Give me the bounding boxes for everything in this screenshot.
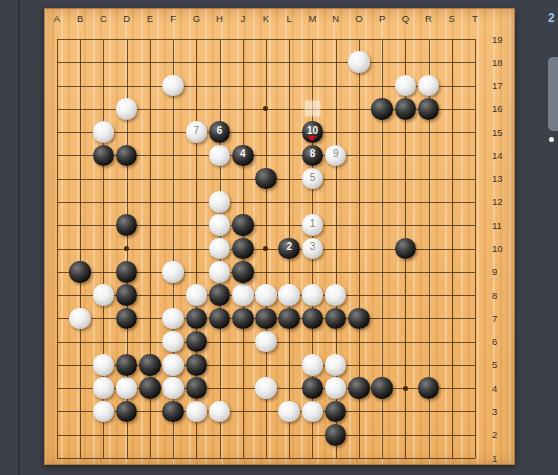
- stone-white-k8: [255, 284, 277, 306]
- row-label: 13: [492, 172, 514, 185]
- stone-white-n4: [325, 377, 347, 399]
- column-label: B: [72, 13, 88, 24]
- stone-white-g3: [186, 401, 208, 423]
- star-point: [263, 106, 268, 111]
- column-label: M: [304, 13, 320, 24]
- stone-black-d7: [116, 308, 138, 330]
- column-label: K: [258, 13, 274, 24]
- row-label: 7: [492, 312, 514, 325]
- column-label: L: [281, 13, 297, 24]
- stone-black-k13: [255, 168, 277, 190]
- column-label: H: [212, 13, 228, 24]
- star-point: [403, 386, 408, 391]
- stone-white-m3: [302, 401, 324, 423]
- stone-black-j7: [232, 308, 254, 330]
- stone-white-n5: [325, 354, 347, 376]
- stone-white-j8: [232, 284, 254, 306]
- move-number-label: 8: [310, 149, 316, 159]
- stone-white-g8: [186, 284, 208, 306]
- side-panel-dot-icon: [549, 137, 554, 142]
- row-label: 2: [492, 428, 514, 441]
- row-label: 14: [492, 149, 514, 162]
- stone-black-j9: [232, 261, 254, 283]
- stone-white-l3: [278, 401, 300, 423]
- column-label: P: [374, 13, 390, 24]
- row-label: 1: [492, 452, 514, 465]
- stone-black-j10: [232, 238, 254, 260]
- highlight-marker: [305, 101, 320, 116]
- stone-white-h9: [209, 261, 231, 283]
- row-label: 11: [492, 219, 514, 232]
- stone-black-n7: [325, 308, 347, 330]
- stone-white-h12: [209, 191, 231, 213]
- stone-white-m11: 1: [302, 214, 324, 236]
- last-move-marker-icon: [307, 136, 317, 141]
- stone-white-h14: [209, 145, 231, 167]
- grid-line-horizontal: [57, 435, 475, 436]
- stone-white-f6: [162, 331, 184, 353]
- row-label: 19: [492, 33, 514, 46]
- stone-black-d3: [116, 401, 138, 423]
- move-number-label: 1: [310, 219, 316, 229]
- stone-black-o4: [348, 377, 370, 399]
- row-label: 6: [492, 335, 514, 348]
- app-window: ABCDEFGHJKLMNOPQRST191817161514131211109…: [0, 0, 558, 475]
- column-label: F: [165, 13, 181, 24]
- stone-black-j11: [232, 214, 254, 236]
- move-number-label: 9: [333, 149, 339, 159]
- stone-white-m13: 5: [302, 168, 324, 190]
- stone-white-k6: [255, 331, 277, 353]
- column-label: G: [188, 13, 204, 24]
- stone-black-n2: [325, 424, 347, 446]
- move-number-label: 4: [240, 149, 246, 159]
- stone-black-h15: 6: [209, 121, 231, 143]
- column-label: A: [49, 13, 65, 24]
- stone-black-e4: [139, 377, 161, 399]
- stone-black-q16: [395, 98, 417, 120]
- side-panel-badge: 2: [548, 11, 555, 25]
- stone-black-g4: [186, 377, 208, 399]
- row-label: 8: [492, 289, 514, 302]
- row-label: 17: [492, 79, 514, 92]
- stone-white-f9: [162, 261, 184, 283]
- go-board[interactable]: ABCDEFGHJKLMNOPQRST191817161514131211109…: [44, 8, 515, 465]
- stone-black-d5: [116, 354, 138, 376]
- column-label: O: [351, 13, 367, 24]
- stone-white-r17: [418, 75, 440, 97]
- row-label: 3: [492, 405, 514, 418]
- stone-black-e5: [139, 354, 161, 376]
- stone-black-d8: [116, 284, 138, 306]
- stone-black-d14: [116, 145, 138, 167]
- stone-black-g6: [186, 331, 208, 353]
- stone-black-g7: [186, 308, 208, 330]
- move-number-label: 2: [286, 242, 292, 252]
- column-label: C: [95, 13, 111, 24]
- row-label: 10: [492, 242, 514, 255]
- stone-white-f4: [162, 377, 184, 399]
- stone-black-d9: [116, 261, 138, 283]
- stone-black-p16: [371, 98, 393, 120]
- column-label: S: [444, 13, 460, 24]
- stone-white-c3: [93, 401, 115, 423]
- row-label: 15: [492, 126, 514, 139]
- stone-black-r16: [418, 98, 440, 120]
- stone-white-o18: [348, 51, 370, 73]
- stone-white-b7: [69, 308, 91, 330]
- stone-black-k7: [255, 308, 277, 330]
- column-label: E: [142, 13, 158, 24]
- stone-white-c8: [93, 284, 115, 306]
- stone-black-q10: [395, 238, 417, 260]
- move-number-label: 7: [194, 126, 200, 136]
- stone-black-p4: [371, 377, 393, 399]
- column-label: Q: [397, 13, 413, 24]
- column-label: R: [421, 13, 437, 24]
- move-number-label: 6: [217, 126, 223, 136]
- stone-black-l10: 2: [278, 238, 300, 260]
- grid-line-vertical: [475, 39, 476, 458]
- stone-black-g5: [186, 354, 208, 376]
- stone-black-h8: [209, 284, 231, 306]
- stone-white-n14: 9: [325, 145, 347, 167]
- stone-white-c4: [93, 377, 115, 399]
- stone-black-d11: [116, 214, 138, 236]
- column-label: T: [467, 13, 483, 24]
- star-point: [263, 246, 268, 251]
- stone-black-h7: [209, 308, 231, 330]
- stone-white-m10: 3: [302, 238, 324, 260]
- stone-black-m15: 10: [302, 121, 324, 143]
- column-label: D: [119, 13, 135, 24]
- move-number-label: 5: [310, 173, 316, 183]
- stone-black-f3: [162, 401, 184, 423]
- stone-white-f17: [162, 75, 184, 97]
- stone-white-m8: [302, 284, 324, 306]
- stone-white-d16: [116, 98, 138, 120]
- stone-white-l8: [278, 284, 300, 306]
- stone-black-r4: [418, 377, 440, 399]
- column-label: N: [328, 13, 344, 24]
- stone-black-o7: [348, 308, 370, 330]
- row-label: 12: [492, 195, 514, 208]
- stone-white-n8: [325, 284, 347, 306]
- row-label: 5: [492, 358, 514, 371]
- row-label: 4: [492, 382, 514, 395]
- stone-white-f5: [162, 354, 184, 376]
- stone-white-g15: 7: [186, 121, 208, 143]
- stone-white-c15: [93, 121, 115, 143]
- column-label: J: [235, 13, 251, 24]
- stone-black-j14: 4: [232, 145, 254, 167]
- stone-white-q17: [395, 75, 417, 97]
- stone-black-c14: [93, 145, 115, 167]
- stone-white-m5: [302, 354, 324, 376]
- stone-black-m14: 8: [302, 145, 324, 167]
- row-label: 16: [492, 102, 514, 115]
- grid-line-vertical: [452, 39, 453, 458]
- grid-line-horizontal: [57, 458, 475, 459]
- stone-white-c5: [93, 354, 115, 376]
- stone-black-l7: [278, 308, 300, 330]
- stone-white-f7: [162, 308, 184, 330]
- stone-white-h3: [209, 401, 231, 423]
- scrollbar-thumb[interactable]: [548, 57, 558, 131]
- stone-black-m4: [302, 377, 324, 399]
- row-label: 18: [492, 56, 514, 69]
- stone-white-h11: [209, 214, 231, 236]
- stone-black-m7: [302, 308, 324, 330]
- stone-black-n3: [325, 401, 347, 423]
- stone-white-k4: [255, 377, 277, 399]
- star-point: [124, 246, 129, 251]
- stone-white-d4: [116, 377, 138, 399]
- left-edge-divider: [18, 0, 20, 475]
- move-number-label: 3: [310, 242, 316, 252]
- stone-black-b9: [69, 261, 91, 283]
- stone-white-h10: [209, 238, 231, 260]
- row-label: 9: [492, 265, 514, 278]
- move-number-label: 10: [307, 126, 318, 136]
